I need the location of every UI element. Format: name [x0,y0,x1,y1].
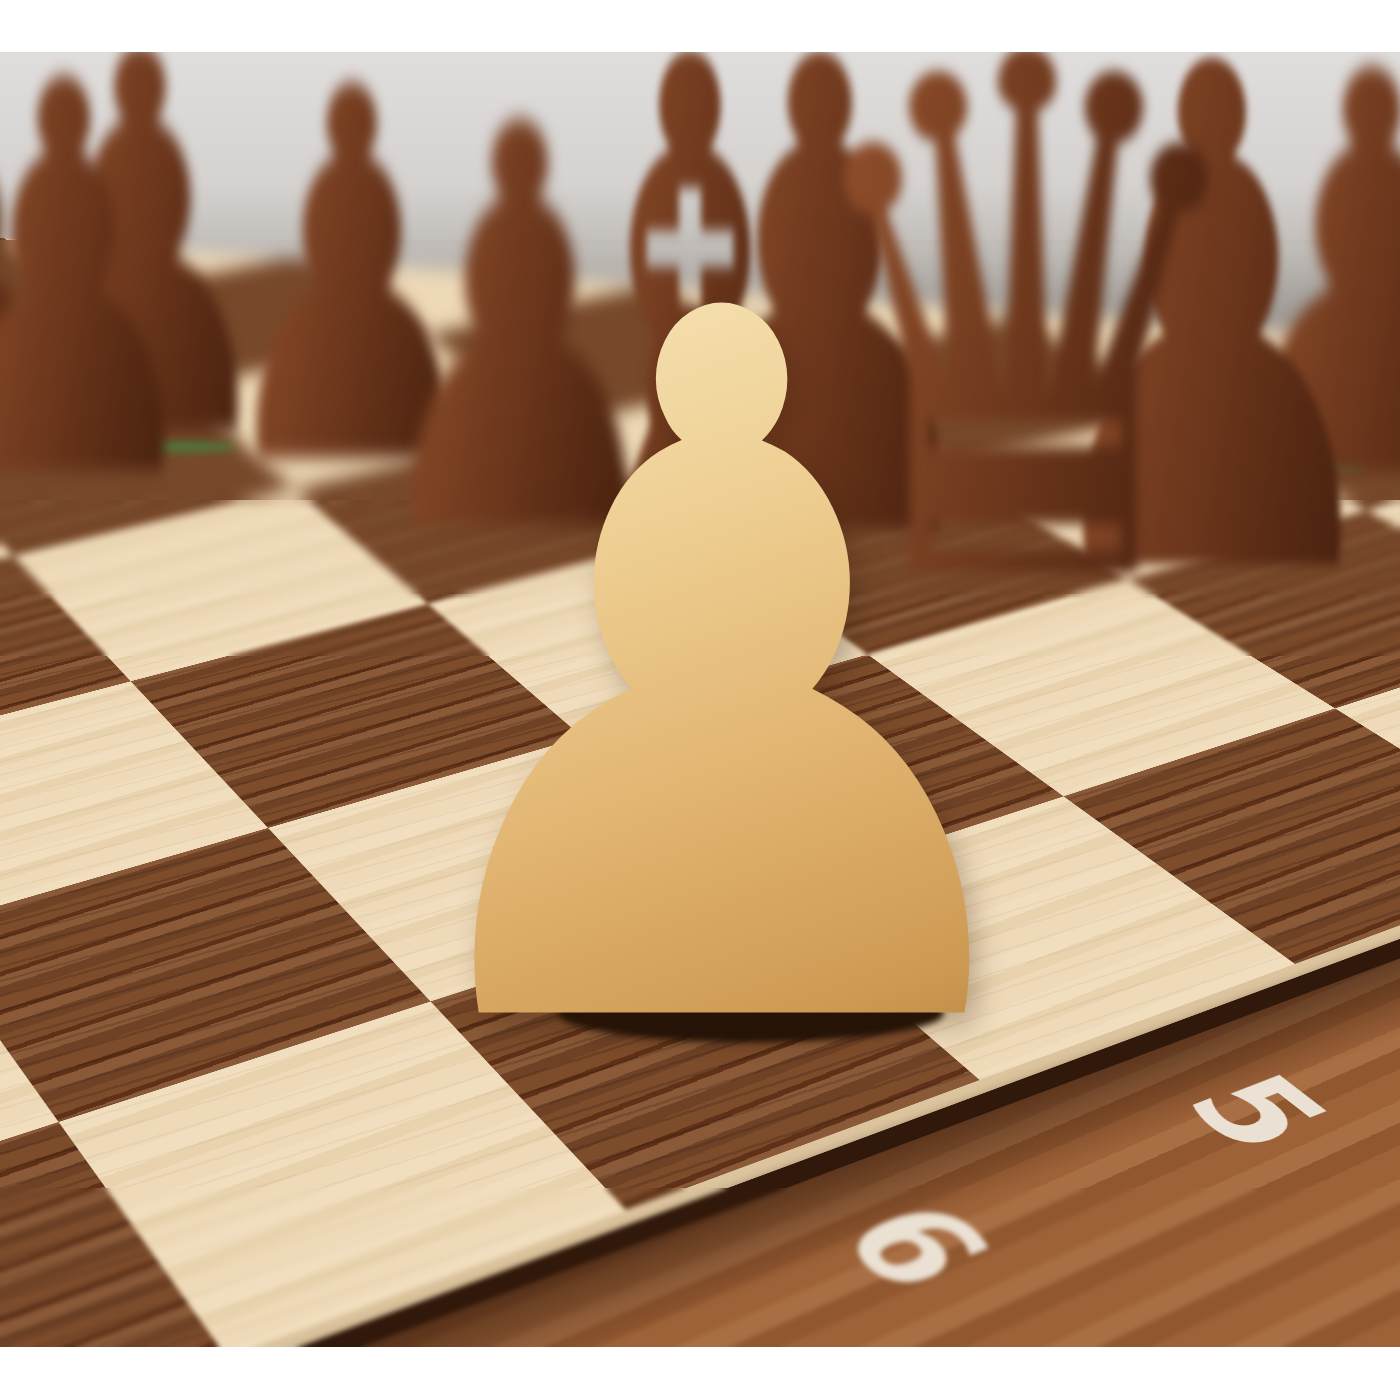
dark-pawn-icon: ♟ [0,13,214,553]
white-pawn-icon: ♟ [352,190,1093,1162]
matte-bottom [0,1347,1400,1400]
photo-frame: 65 ♟♟♟♟♟♟♝♟♟♛ ♟ [0,0,1400,1400]
matte-top [0,0,1400,52]
